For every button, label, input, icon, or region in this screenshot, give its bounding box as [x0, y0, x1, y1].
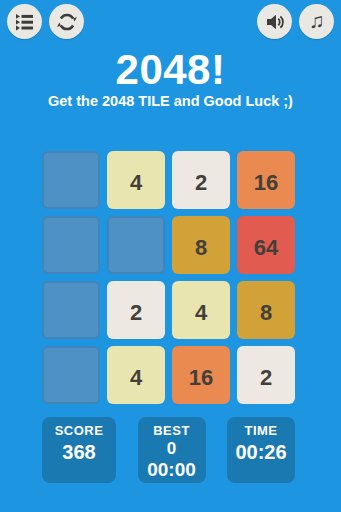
- restart-button[interactable]: [49, 4, 84, 39]
- page-subtitle: Get the 2048 TILE and Good Luck ;): [0, 93, 341, 109]
- music-note-icon: ♫: [309, 10, 325, 31]
- best-time: 00:00: [138, 459, 206, 481]
- menu-list-icon: [14, 11, 35, 32]
- sound-button[interactable]: [257, 4, 292, 39]
- score-panel: SCORE 368: [42, 417, 116, 483]
- best-panel: BEST 0 00:00: [138, 417, 206, 483]
- scoreboard: SCORE 368 BEST 0 00:00 TIME 00:26: [42, 417, 295, 483]
- tile-8: 8: [172, 216, 230, 274]
- tile-2: 2: [107, 281, 165, 339]
- tile-2: 2: [237, 346, 295, 404]
- tile-16: 16: [237, 151, 295, 209]
- page-title: 2048!: [0, 46, 341, 94]
- empty-cell: [42, 216, 100, 274]
- game-board[interactable]: 42168642484162: [42, 151, 295, 404]
- score-value: 368: [42, 441, 116, 464]
- music-button[interactable]: ♫: [299, 4, 334, 39]
- restart-icon: [57, 12, 77, 32]
- empty-cell: [42, 281, 100, 339]
- speaker-icon: [265, 12, 285, 32]
- best-value: 0: [138, 439, 206, 459]
- tile-16: 16: [172, 346, 230, 404]
- tile-4: 4: [107, 346, 165, 404]
- menu-button[interactable]: [7, 4, 42, 39]
- tile-4: 4: [172, 281, 230, 339]
- tile-64: 64: [237, 216, 295, 274]
- time-value: 00:26: [227, 441, 295, 464]
- time-label: TIME: [227, 423, 295, 438]
- empty-cell: [107, 216, 165, 274]
- tile-4: 4: [107, 151, 165, 209]
- tile-2: 2: [172, 151, 230, 209]
- score-label: SCORE: [42, 423, 116, 438]
- empty-cell: [42, 151, 100, 209]
- tile-8: 8: [237, 281, 295, 339]
- best-label: BEST: [138, 423, 206, 438]
- empty-cell: [42, 346, 100, 404]
- time-panel: TIME 00:26: [227, 417, 295, 483]
